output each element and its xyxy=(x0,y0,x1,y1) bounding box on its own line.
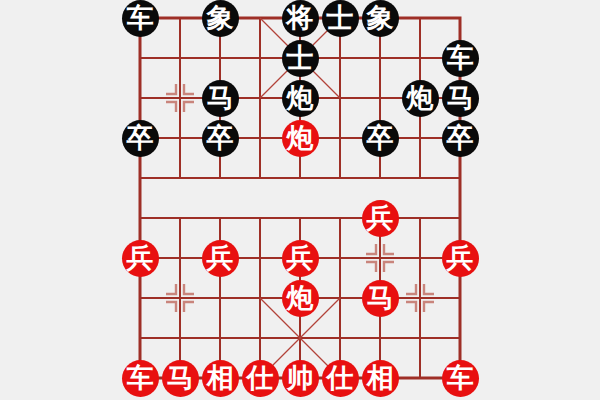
piece-black-soldier[interactable]: 卒 xyxy=(362,120,399,157)
piece-black-soldier[interactable]: 卒 xyxy=(442,120,479,157)
piece-black-chariot[interactable]: 车 xyxy=(442,40,479,77)
piece-red-soldier[interactable]: 兵 xyxy=(202,240,239,277)
piece-red-advisor[interactable]: 仕 xyxy=(322,360,359,397)
piece-red-soldier[interactable]: 兵 xyxy=(122,240,159,277)
piece-red-soldier[interactable]: 兵 xyxy=(362,200,399,237)
piece-black-general[interactable]: 将 xyxy=(282,0,319,37)
piece-red-advisor[interactable]: 仕 xyxy=(242,360,279,397)
piece-red-elephant[interactable]: 相 xyxy=(362,360,399,397)
piece-black-horse[interactable]: 马 xyxy=(202,80,239,117)
piece-black-elephant[interactable]: 象 xyxy=(202,0,239,37)
piece-red-chariot[interactable]: 车 xyxy=(122,360,159,397)
piece-red-general[interactable]: 帅 xyxy=(282,360,319,397)
piece-black-horse[interactable]: 马 xyxy=(442,80,479,117)
piece-black-cannon[interactable]: 炮 xyxy=(282,80,319,117)
xiangqi-app: 车象将士象士车马炮炮马卒卒炮卒卒兵兵兵兵兵炮马车马相仕帅仕相车 xyxy=(0,0,600,400)
piece-red-cannon[interactable]: 炮 xyxy=(282,120,319,157)
piece-red-horse[interactable]: 马 xyxy=(362,280,399,317)
piece-black-cannon[interactable]: 炮 xyxy=(402,80,439,117)
piece-black-soldier[interactable]: 卒 xyxy=(202,120,239,157)
piece-red-chariot[interactable]: 车 xyxy=(442,360,479,397)
piece-red-elephant[interactable]: 相 xyxy=(202,360,239,397)
piece-black-advisor[interactable]: 士 xyxy=(322,0,359,37)
piece-red-horse[interactable]: 马 xyxy=(162,360,199,397)
piece-red-soldier[interactable]: 兵 xyxy=(442,240,479,277)
piece-black-advisor[interactable]: 士 xyxy=(282,40,319,77)
piece-red-soldier[interactable]: 兵 xyxy=(282,240,319,277)
piece-black-elephant[interactable]: 象 xyxy=(362,0,399,37)
piece-red-cannon[interactable]: 炮 xyxy=(282,280,319,317)
piece-black-soldier[interactable]: 卒 xyxy=(122,120,159,157)
piece-black-chariot[interactable]: 车 xyxy=(122,0,159,37)
xiangqi-board[interactable]: 车象将士象士车马炮炮马卒卒炮卒卒兵兵兵兵兵炮马车马相仕帅仕相车 xyxy=(120,0,480,398)
